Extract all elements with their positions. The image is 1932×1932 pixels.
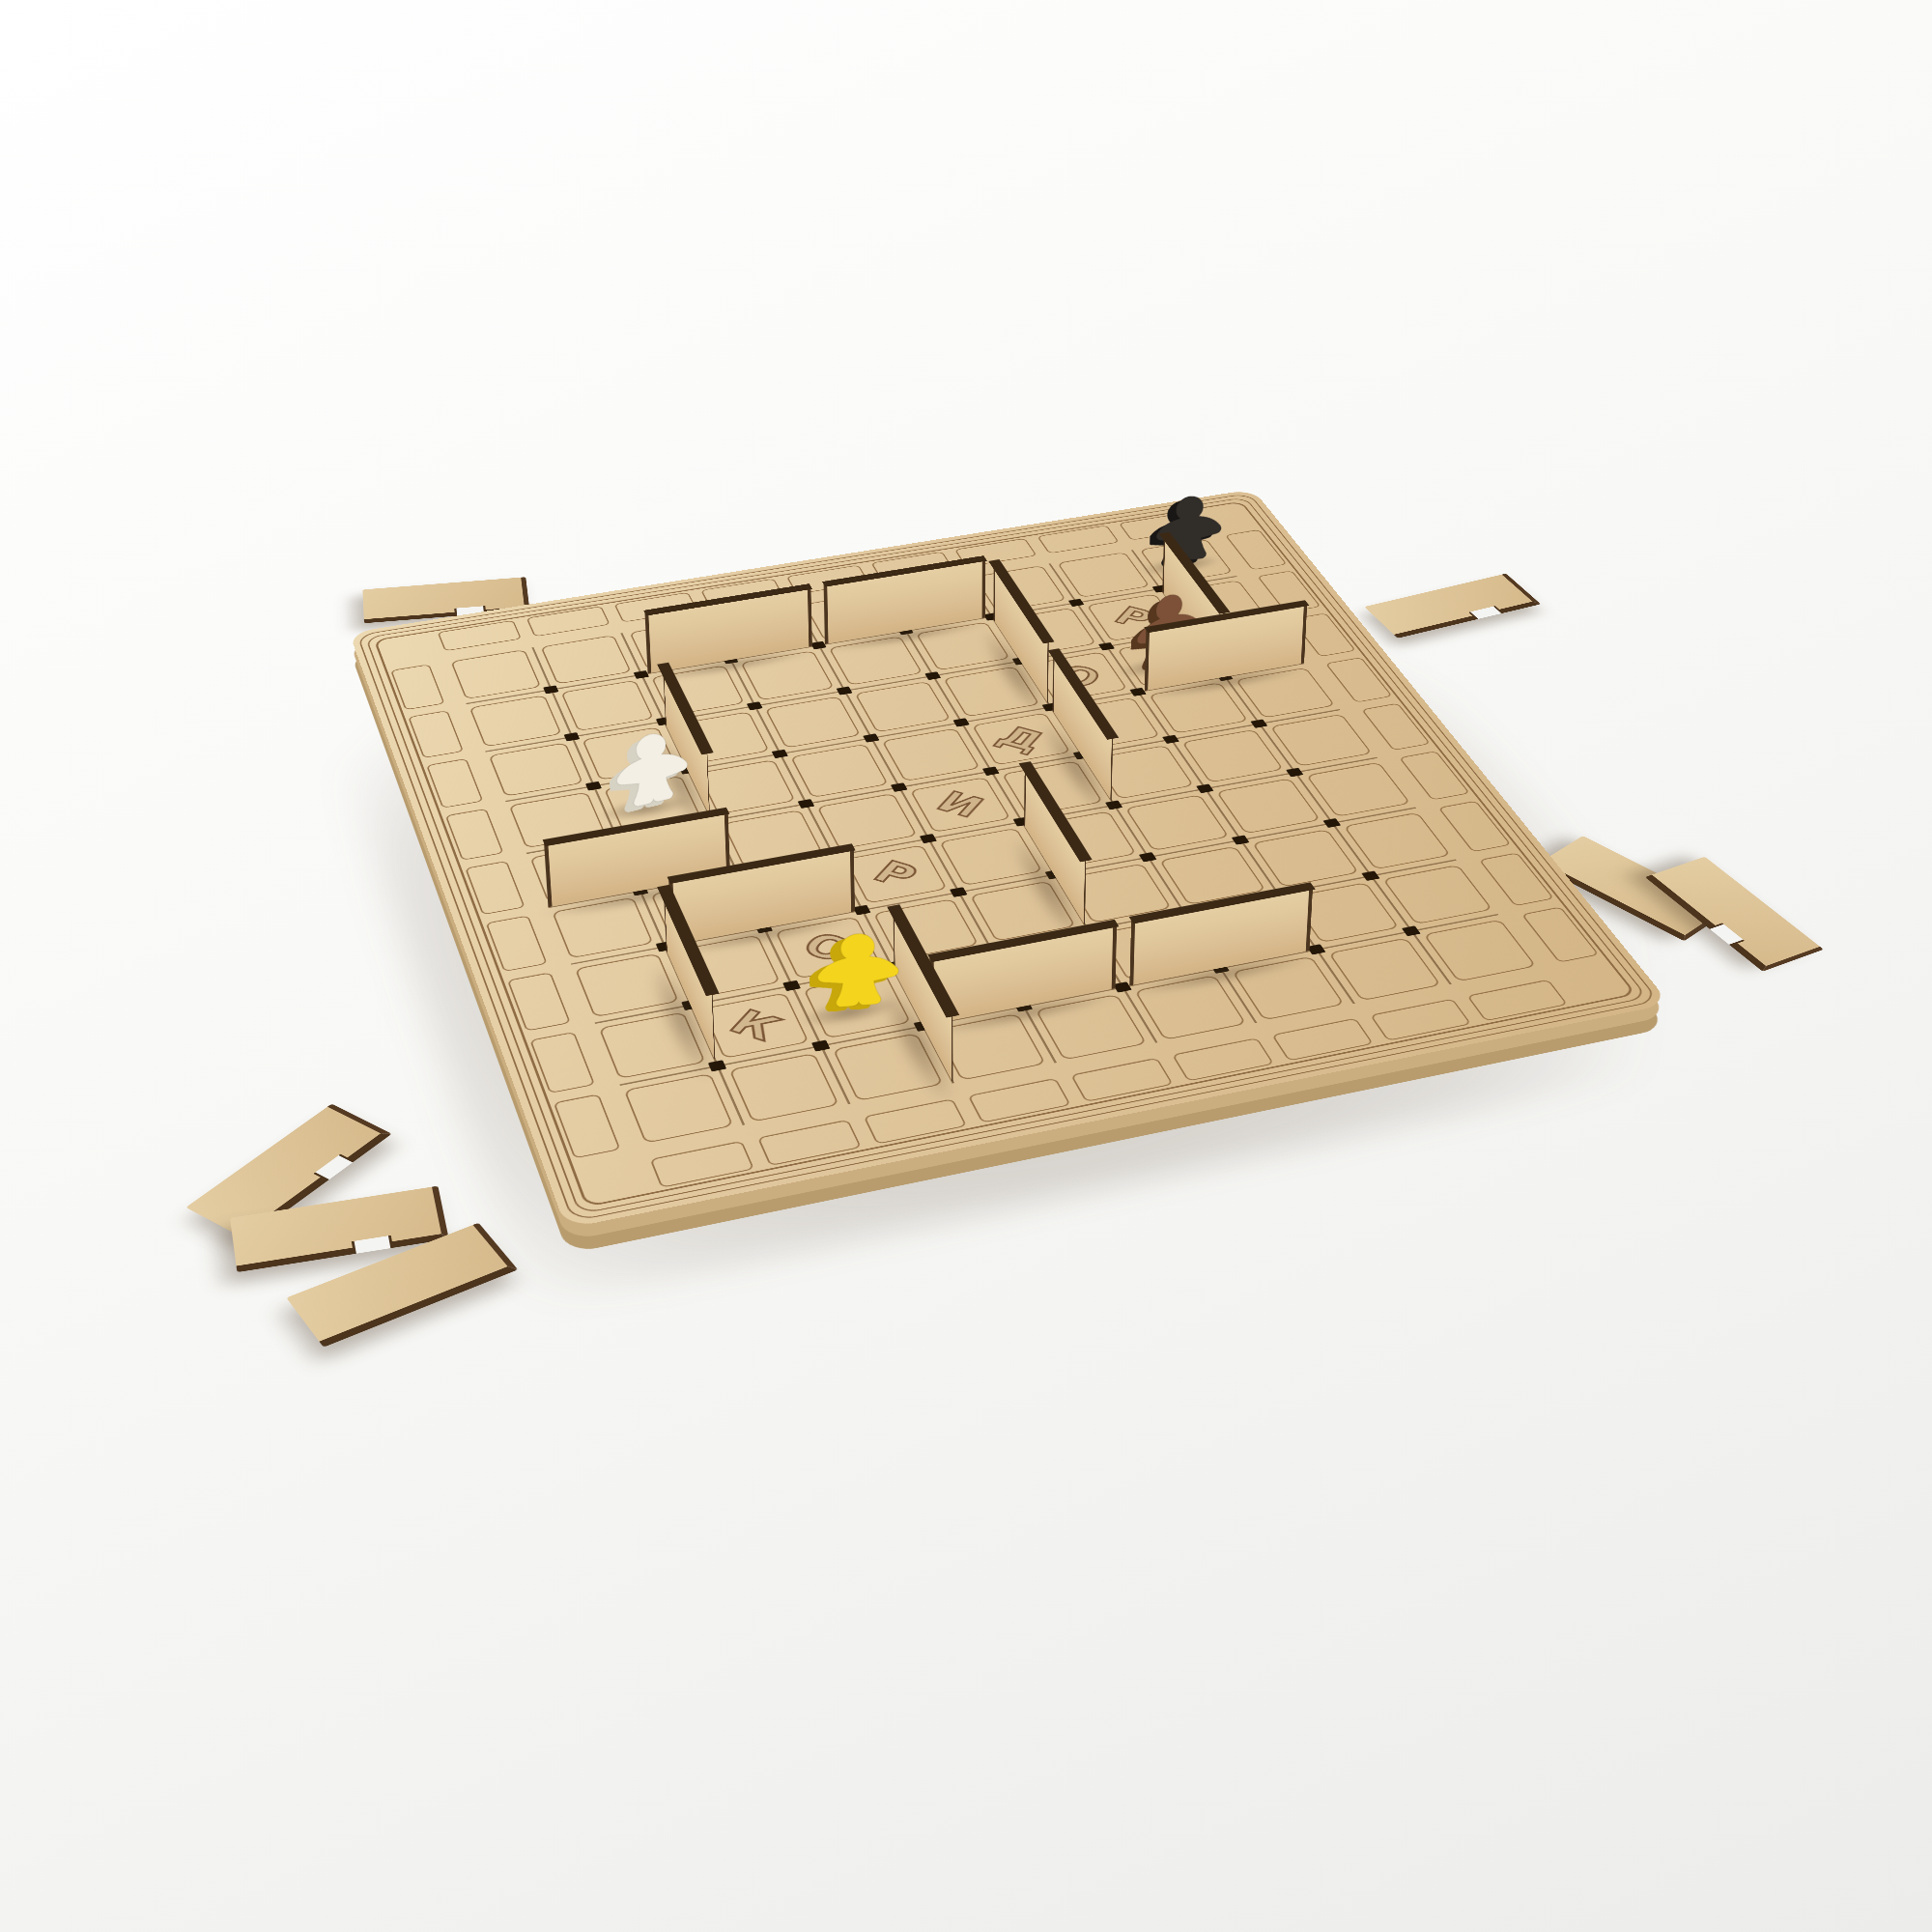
slot-hole-e6: [952, 718, 970, 726]
cell-d5[interactable]: [816, 793, 917, 849]
board-anchor: КОРИДОР: [352, 513, 1667, 1257]
tray-slot-east-9: [1521, 906, 1600, 962]
tray-slot-east-4: [1325, 657, 1393, 702]
slot-hole-g7: [1098, 642, 1115, 651]
tray-slot-west-2: [408, 710, 464, 758]
cell-b1[interactable]: [728, 1053, 838, 1122]
slot-hole-h4: [1286, 768, 1304, 778]
cell-b9[interactable]: [540, 635, 631, 684]
tray-slot-east-7: [1437, 801, 1511, 853]
cell-d6[interactable]: [790, 744, 889, 798]
tray-slot-north-1: [438, 620, 522, 651]
meeple-black-icon: [1149, 488, 1229, 568]
slot-hole-h3: [1322, 818, 1341, 828]
tray-slot-south-2: [757, 1120, 862, 1166]
slot-hole-h5: [1250, 720, 1267, 728]
pawn-yellow[interactable]: [809, 925, 907, 1013]
tray-slot-south-1: [650, 1141, 755, 1188]
slot-hole-g8: [1068, 599, 1085, 607]
slot-hole-b1: [811, 1040, 831, 1052]
cell-g4[interactable]: [1125, 794, 1230, 851]
spare-wall-notch: [1708, 923, 1745, 946]
tray-slot-south-5: [1070, 1058, 1174, 1102]
spare-wall-notch: [313, 1154, 354, 1181]
cell-h9[interactable]: [1057, 552, 1151, 597]
tray-slot-west-5: [465, 861, 526, 915]
slot-hole-c7: [747, 701, 763, 710]
tray-slot-south-4: [968, 1078, 1071, 1123]
tray-slot-east-5: [1361, 703, 1431, 751]
spare-wall-ne-1[interactable]: [1364, 574, 1541, 639]
tray-slot-east-1: [1225, 529, 1288, 570]
cell-c6[interactable]: [697, 759, 795, 814]
tray-slot-north-2: [526, 606, 611, 637]
slot-hole-d7: [837, 687, 853, 696]
tray-slot-west-9: [554, 1094, 621, 1158]
cell-a1[interactable]: [624, 1073, 734, 1144]
meeple-yellow-icon: [809, 925, 907, 1013]
slot-hole-a8: [543, 685, 558, 694]
tray-slot-west-1: [390, 664, 444, 710]
tray-slot-west-4: [445, 809, 504, 861]
tray-slot-south-6: [1172, 1037, 1274, 1081]
tray-slot-west-8: [529, 1032, 595, 1094]
cell-a8[interactable]: [469, 695, 562, 747]
cell-i2[interactable]: [1382, 865, 1493, 924]
pawn-black[interactable]: [1149, 488, 1229, 568]
cell-b8[interactable]: [560, 680, 653, 731]
slot-hole-a7: [564, 732, 581, 741]
spare-wall-notch: [352, 1236, 393, 1254]
tray-slot-east-8: [1479, 852, 1555, 906]
spare-wall-notch: [1468, 606, 1503, 619]
cell-e8[interactable]: [829, 636, 923, 685]
tray-slot-north-8: [1037, 526, 1120, 554]
cell-e7[interactable]: [855, 681, 952, 732]
tray-slot-south-8: [1370, 999, 1471, 1041]
cell-e5[interactable]: [910, 777, 1011, 833]
tray-slot-west-7: [507, 972, 571, 1031]
photo-viewport: КОРИДОР: [0, 0, 1932, 1932]
tray-slot-south-7: [1271, 1018, 1374, 1062]
cell-a7[interactable]: [489, 743, 583, 797]
slot-hole-d3: [950, 887, 968, 897]
tray-slot-west-3: [426, 758, 483, 809]
cell-a4[interactable]: [552, 897, 654, 959]
cell-e6[interactable]: [882, 728, 980, 781]
tray-slot-west-6: [486, 915, 548, 972]
tray-slot-east-6: [1399, 751, 1470, 800]
slot-hole-e7: [924, 671, 941, 680]
tray-slot-south-3: [864, 1098, 968, 1145]
cell-d7[interactable]: [765, 696, 862, 749]
tray-slot-south-9: [1466, 980, 1568, 1021]
cell-a9[interactable]: [450, 649, 541, 699]
